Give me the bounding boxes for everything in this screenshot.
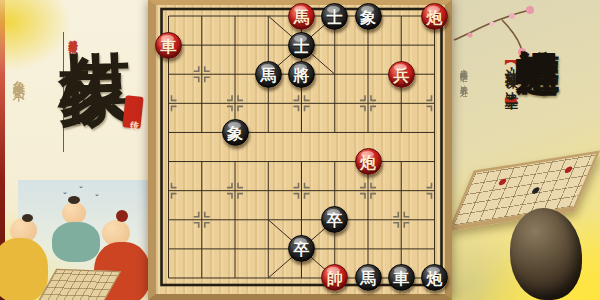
xiangqi-app-window: 象棋艺术 善博弈者得天下也 象棋 传统 ⌄ ⌄ ⌄ 馬士象炮車士馬將兵象炮卒卒帥… <box>0 0 600 300</box>
child-hair <box>68 196 80 204</box>
piece-black-advisor[interactable]: 士 <box>288 32 315 59</box>
piece-red-cannon[interactable]: 炮 <box>355 148 382 175</box>
bracket-close: 】 <box>504 89 519 91</box>
piece-red-chariot[interactable]: 車 <box>155 32 182 59</box>
art-label-vertical: 象棋艺术 <box>10 70 27 82</box>
illus-red-piece <box>564 166 574 174</box>
piece-black-horse[interactable]: 馬 <box>355 264 382 291</box>
illus-red-piece <box>498 178 508 186</box>
strategy-quote-text: 计划筹谋，决胜千里 <box>504 58 519 89</box>
illus-black-piece <box>531 187 541 195</box>
piece-red-pawn[interactable]: 兵 <box>388 61 415 88</box>
piece-black-elephant[interactable]: 象 <box>222 119 249 146</box>
children-playing-illustration: ⌄ ⌄ ⌄ <box>0 180 148 300</box>
piece-black-advisor[interactable]: 士 <box>321 3 348 30</box>
left-decor-panel: 象棋艺术 善博弈者得天下也 象棋 传统 ⌄ ⌄ ⌄ <box>0 0 148 300</box>
piece-black-elephant[interactable]: 象 <box>355 3 382 30</box>
child-head <box>62 202 86 224</box>
plum-blossom-icon <box>452 0 552 64</box>
rock-pedestal-illustration <box>510 208 582 300</box>
child-hair <box>22 214 33 222</box>
motto-text-vertical: 善博弈者得天下也 <box>63 32 79 152</box>
child-body-teal <box>52 222 100 262</box>
piece-red-horse[interactable]: 馬 <box>288 3 315 30</box>
strategy-quote-vertical: 【计划筹谋，决胜千里】 <box>502 56 520 91</box>
classical-quote-vertical: 夫运筹帷幄之中，决胜千里之外 <box>457 62 468 294</box>
right-decor-panel: 夫运筹帷幄之中，决胜千里之外 【计划筹谋，决胜千里】 运筹帷幄 <box>452 0 600 300</box>
piece-black-general[interactable]: 將 <box>288 61 315 88</box>
bird-icon: ⌄ <box>78 182 84 190</box>
bird-icon: ⌄ <box>94 190 100 198</box>
piece-red-cannon[interactable]: 炮 <box>421 3 448 30</box>
piece-black-horse[interactable]: 馬 <box>255 61 282 88</box>
tradition-seal-stamp: 传统 <box>122 95 143 129</box>
bird-icon: ⌄ <box>62 188 68 196</box>
child-body-yellow <box>0 238 48 300</box>
child-hairbun-red <box>116 210 128 222</box>
xiangqi-board[interactable]: 馬士象炮車士馬將兵象炮卒卒帥馬車炮 <box>148 0 452 300</box>
